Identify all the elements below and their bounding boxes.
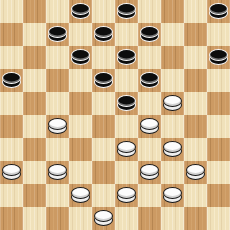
white-man[interactable] [140,118,159,134]
light-square-r7c1 [23,161,46,184]
square-25[interactable] [207,92,230,115]
white-man[interactable] [2,164,21,180]
square-24[interactable] [161,92,184,115]
square-48[interactable] [92,207,115,230]
square-9[interactable] [138,23,161,46]
light-square-r1c7 [161,23,184,46]
piece-top [117,187,136,199]
square-47[interactable] [46,207,69,230]
light-square-r9c3 [69,207,92,230]
piece-top [71,3,90,15]
black-man[interactable] [117,49,136,65]
square-23[interactable] [115,92,138,115]
square-30[interactable] [184,115,207,138]
light-square-r2c6 [138,46,161,69]
light-square-r0c0 [0,0,23,23]
white-man[interactable] [163,95,182,111]
piece-top [209,49,228,61]
light-square-r6c2 [46,138,69,161]
white-man[interactable] [94,210,113,226]
light-square-r6c0 [0,138,23,161]
piece-top [94,72,113,84]
square-50[interactable] [184,207,207,230]
light-square-r7c5 [115,161,138,184]
light-square-r0c4 [92,0,115,23]
black-man[interactable] [140,72,159,88]
square-20[interactable] [184,69,207,92]
square-34[interactable] [161,138,184,161]
white-man[interactable] [140,164,159,180]
light-square-r0c2 [46,0,69,23]
square-42[interactable] [69,184,92,207]
square-10[interactable] [184,23,207,46]
piece-top [209,3,228,15]
square-32[interactable] [69,138,92,161]
piece-top [94,210,113,222]
white-man[interactable] [163,141,182,157]
square-29[interactable] [138,115,161,138]
black-man[interactable] [2,72,21,88]
piece-top [163,141,182,153]
piece-top [140,72,159,84]
square-40[interactable] [184,161,207,184]
light-square-r3c1 [23,69,46,92]
square-43[interactable] [115,184,138,207]
black-man[interactable] [117,3,136,19]
light-square-r8c0 [0,184,23,207]
white-man[interactable] [186,164,205,180]
white-man[interactable] [117,187,136,203]
light-square-r6c8 [184,138,207,161]
light-square-r9c5 [115,207,138,230]
square-12[interactable] [69,46,92,69]
piece-top [117,141,136,153]
piece-top [48,164,67,176]
white-man[interactable] [48,118,67,134]
black-man[interactable] [140,26,159,42]
square-17[interactable] [46,69,69,92]
square-37[interactable] [46,161,69,184]
square-35[interactable] [207,138,230,161]
light-square-r8c4 [92,184,115,207]
light-square-r1c1 [23,23,46,46]
square-45[interactable] [207,184,230,207]
piece-top [117,3,136,15]
square-19[interactable] [138,69,161,92]
piece-top [94,26,113,38]
square-41[interactable] [23,184,46,207]
light-square-r5c7 [161,115,184,138]
light-square-r6c4 [92,138,115,161]
light-square-r9c7 [161,207,184,230]
square-49[interactable] [138,207,161,230]
square-44[interactable] [161,184,184,207]
white-man[interactable] [48,164,67,180]
square-15[interactable] [207,46,230,69]
piece-top [140,118,159,130]
light-square-r5c5 [115,115,138,138]
piece-top [2,164,21,176]
light-square-r9c1 [23,207,46,230]
light-square-r4c4 [92,92,115,115]
square-4[interactable] [161,0,184,23]
light-square-r4c6 [138,92,161,115]
light-square-r1c9 [207,23,230,46]
black-man[interactable] [48,26,67,42]
light-square-r3c7 [161,69,184,92]
piece-top [71,49,90,61]
black-man[interactable] [94,72,113,88]
light-square-r5c9 [207,115,230,138]
piece-top [140,164,159,176]
light-square-r4c2 [46,92,69,115]
piece-top [117,95,136,107]
light-square-r9c9 [207,207,230,230]
square-1[interactable] [23,0,46,23]
white-man[interactable] [71,187,90,203]
light-square-r8c6 [138,184,161,207]
square-21[interactable] [23,92,46,115]
light-square-r1c3 [69,23,92,46]
piece-top [2,72,21,84]
light-square-r2c4 [92,46,115,69]
black-man[interactable] [117,95,136,111]
piece-top [71,187,90,199]
light-square-r3c5 [115,69,138,92]
light-square-r2c2 [46,46,69,69]
piece-top [48,118,67,130]
square-5[interactable] [207,0,230,23]
square-31[interactable] [23,138,46,161]
square-8[interactable] [92,23,115,46]
light-square-r5c1 [23,115,46,138]
square-22[interactable] [69,92,92,115]
square-18[interactable] [92,69,115,92]
square-38[interactable] [92,161,115,184]
light-square-r7c7 [161,161,184,184]
square-7[interactable] [46,23,69,46]
light-square-r8c2 [46,184,69,207]
black-man[interactable] [71,3,90,19]
square-28[interactable] [92,115,115,138]
light-square-r0c8 [184,0,207,23]
light-square-r6c6 [138,138,161,161]
light-square-r7c9 [207,161,230,184]
square-3[interactable] [115,0,138,23]
piece-top [163,187,182,199]
square-33[interactable] [115,138,138,161]
piece-top [186,164,205,176]
light-square-r3c3 [69,69,92,92]
white-man[interactable] [117,141,136,157]
light-square-r2c8 [184,46,207,69]
black-man[interactable] [94,26,113,42]
square-14[interactable] [161,46,184,69]
square-2[interactable] [69,0,92,23]
square-39[interactable] [138,161,161,184]
black-man[interactable] [71,49,90,65]
square-27[interactable] [46,115,69,138]
draughts-board [0,0,230,230]
square-26[interactable] [0,115,23,138]
square-46[interactable] [0,207,23,230]
square-6[interactable] [0,23,23,46]
light-square-r8c8 [184,184,207,207]
light-square-r1c5 [115,23,138,46]
square-36[interactable] [0,161,23,184]
black-man[interactable] [209,3,228,19]
piece-top [163,95,182,107]
light-square-r5c3 [69,115,92,138]
light-square-r3c9 [207,69,230,92]
square-11[interactable] [23,46,46,69]
light-square-r2c0 [0,46,23,69]
black-man[interactable] [209,49,228,65]
square-16[interactable] [0,69,23,92]
light-square-r4c0 [0,92,23,115]
square-13[interactable] [115,46,138,69]
white-man[interactable] [163,187,182,203]
piece-top [48,26,67,38]
piece-top [140,26,159,38]
light-square-r0c6 [138,0,161,23]
light-square-r7c3 [69,161,92,184]
piece-top [117,49,136,61]
light-square-r4c8 [184,92,207,115]
